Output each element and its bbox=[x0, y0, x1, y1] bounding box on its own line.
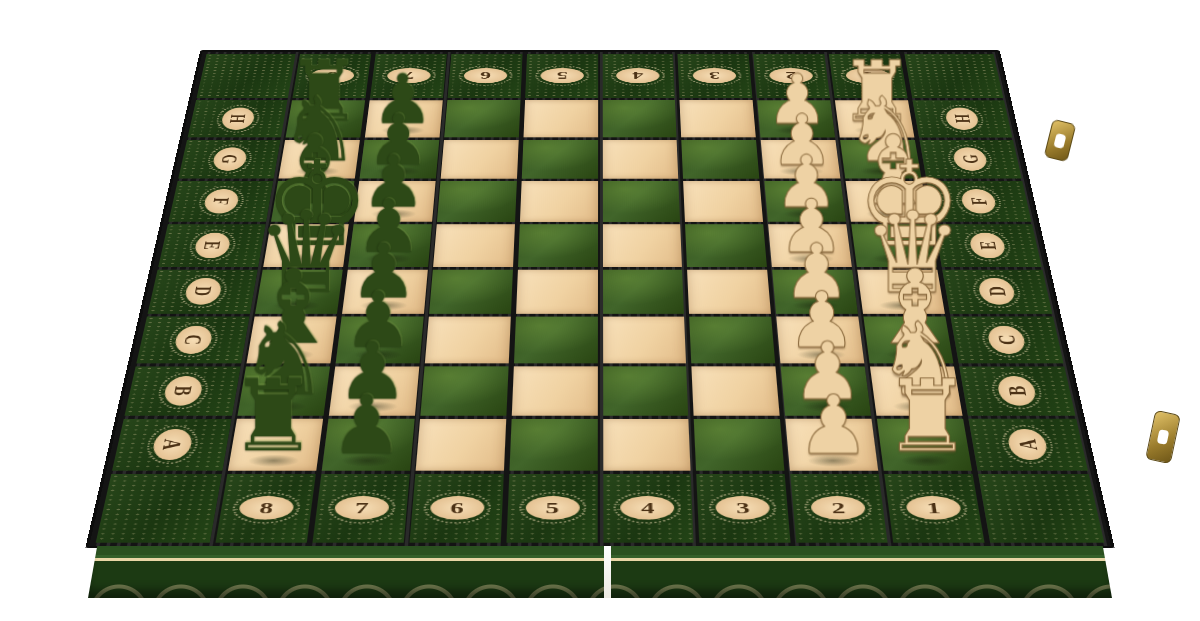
file-label-medallion: A bbox=[1006, 429, 1049, 460]
square-a3[interactable] bbox=[694, 419, 785, 471]
square-f6[interactable] bbox=[437, 181, 517, 222]
rank-label-medallion: 7 bbox=[333, 496, 389, 519]
file-label-medallion: B bbox=[162, 376, 204, 406]
bottom-rank-label-1: 1 bbox=[884, 474, 984, 543]
square-h5[interactable] bbox=[523, 100, 598, 137]
square-b3[interactable] bbox=[692, 367, 780, 416]
square-c6[interactable] bbox=[425, 317, 511, 364]
rank-label-medallion: 8 bbox=[237, 496, 294, 519]
right-file-label-B: B bbox=[959, 367, 1075, 416]
square-a1[interactable]: ♜ bbox=[877, 419, 972, 471]
rank-label-medallion: 3 bbox=[693, 68, 737, 83]
rank-label-medallion: 6 bbox=[463, 68, 507, 83]
left-file-label-B: B bbox=[124, 367, 240, 416]
fold-seam bbox=[604, 546, 611, 598]
square-d5[interactable] bbox=[516, 269, 598, 314]
border-corner bbox=[96, 474, 222, 543]
square-g5[interactable] bbox=[521, 140, 597, 179]
square-e5[interactable] bbox=[518, 224, 598, 266]
rank-label-medallion: 1 bbox=[905, 496, 962, 519]
top-rank-label-5: 5 bbox=[525, 54, 598, 98]
file-label-medallion: A bbox=[151, 429, 194, 460]
square-f5[interactable] bbox=[520, 181, 598, 222]
brass-clasp-top-icon bbox=[1044, 119, 1077, 163]
square-b6[interactable] bbox=[420, 367, 508, 416]
rank-label-medallion: 5 bbox=[540, 68, 584, 83]
file-label-medallion: H bbox=[220, 108, 256, 130]
file-label-medallion: H bbox=[944, 108, 980, 130]
brass-clasp-bottom-icon bbox=[1145, 410, 1181, 464]
bottom-rank-label-6: 6 bbox=[409, 474, 503, 543]
square-a6[interactable] bbox=[415, 419, 506, 471]
bottom-rank-label-5: 5 bbox=[506, 474, 597, 543]
square-e6[interactable] bbox=[433, 224, 515, 266]
bottom-rank-label-2: 2 bbox=[790, 474, 887, 543]
square-d4[interactable] bbox=[603, 269, 685, 314]
file-label-medallion: C bbox=[986, 326, 1027, 354]
rank-label-medallion: 4 bbox=[621, 496, 675, 519]
file-label-medallion: D bbox=[977, 278, 1017, 305]
border-corner bbox=[978, 474, 1104, 543]
square-c5[interactable] bbox=[514, 317, 598, 364]
square-f3[interactable] bbox=[683, 181, 763, 222]
square-d3[interactable] bbox=[687, 269, 771, 314]
bottom-rank-label-8: 8 bbox=[215, 474, 315, 543]
square-c3[interactable] bbox=[690, 317, 776, 364]
file-label-medallion: G bbox=[211, 147, 248, 170]
right-file-label-A: A bbox=[968, 419, 1087, 471]
piece-white-rook-a1[interactable]: ♜ bbox=[883, 366, 971, 465]
square-d6[interactable] bbox=[429, 269, 513, 314]
file-label-medallion: C bbox=[173, 326, 214, 354]
photo-scene: 87654321H♜♟♟♜HG♞♟♟♞GF♝♟♟♝FE♚♟♟♚ED♛♟♟♛DC♝… bbox=[0, 0, 1200, 621]
file-label-medallion: E bbox=[968, 232, 1007, 258]
bottom-rank-label-3: 3 bbox=[697, 474, 791, 543]
top-rank-label-4: 4 bbox=[602, 54, 675, 98]
rank-label-medallion: 6 bbox=[429, 496, 484, 519]
file-label-medallion: E bbox=[193, 232, 232, 258]
square-g3[interactable] bbox=[682, 140, 760, 179]
rank-label-medallion: 4 bbox=[617, 68, 661, 83]
chess-board: 87654321H♜♟♟♜HG♞♟♟♞GF♝♟♟♝FE♚♟♟♚ED♛♟♟♛DC♝… bbox=[85, 50, 1115, 548]
bottom-rank-label-7: 7 bbox=[312, 474, 409, 543]
square-b5[interactable] bbox=[511, 367, 597, 416]
square-a4[interactable] bbox=[603, 419, 691, 471]
left-file-label-A: A bbox=[112, 419, 231, 471]
file-label-medallion: F bbox=[960, 189, 998, 213]
square-h6[interactable] bbox=[444, 100, 520, 137]
square-e3[interactable] bbox=[685, 224, 767, 266]
top-rank-label-3: 3 bbox=[678, 54, 753, 98]
square-b4[interactable] bbox=[603, 367, 689, 416]
square-g6[interactable] bbox=[440, 140, 518, 179]
file-label-medallion: B bbox=[996, 376, 1038, 406]
piece-white-pawn-a2[interactable]: ♟ bbox=[790, 384, 878, 465]
board-grid: 87654321H♜♟♟♜HG♞♟♟♞GF♝♟♟♝FE♚♟♟♚ED♛♟♟♛DC♝… bbox=[89, 52, 1111, 547]
file-label-medallion: F bbox=[202, 189, 240, 213]
board-front-face bbox=[88, 546, 1112, 598]
square-g4[interactable] bbox=[602, 140, 678, 179]
square-a2[interactable]: ♟ bbox=[786, 419, 879, 471]
square-h4[interactable] bbox=[602, 100, 677, 137]
square-a7[interactable]: ♟ bbox=[322, 419, 415, 471]
square-h3[interactable] bbox=[680, 100, 756, 137]
piece-green-pawn-a7[interactable]: ♟ bbox=[322, 384, 410, 465]
file-label-medallion: D bbox=[183, 278, 223, 305]
square-e4[interactable] bbox=[602, 224, 682, 266]
piece-green-rook-a8[interactable]: ♜ bbox=[229, 366, 317, 465]
square-a5[interactable] bbox=[509, 419, 597, 471]
square-a8[interactable]: ♜ bbox=[228, 419, 323, 471]
bottom-rank-label-4: 4 bbox=[603, 474, 694, 543]
square-f4[interactable] bbox=[602, 181, 680, 222]
rank-label-medallion: 3 bbox=[715, 496, 770, 519]
top-rank-label-6: 6 bbox=[447, 54, 522, 98]
rank-label-medallion: 2 bbox=[810, 496, 866, 519]
square-c4[interactable] bbox=[603, 317, 687, 364]
rank-label-medallion: 5 bbox=[525, 496, 579, 519]
